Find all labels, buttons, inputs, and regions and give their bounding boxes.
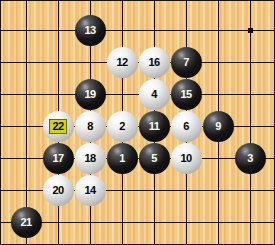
intersection[interactable]: 5 xyxy=(138,142,170,174)
stone-white-18[interactable]: 18 xyxy=(75,143,106,174)
move-number: 9 xyxy=(215,121,221,132)
intersection[interactable]: 2 xyxy=(106,110,138,142)
move-number: 4 xyxy=(151,89,157,100)
intersection[interactable]: 17 xyxy=(42,142,74,174)
intersection[interactable]: 15 xyxy=(170,78,202,110)
intersection[interactable]: 9 xyxy=(202,110,234,142)
move-number: 19 xyxy=(84,89,95,100)
stone-black-19[interactable]: 19 xyxy=(75,79,106,110)
stone-black-17[interactable]: 17 xyxy=(43,143,74,174)
move-number: 13 xyxy=(84,25,95,36)
stone-black-3[interactable]: 3 xyxy=(235,143,266,174)
intersection[interactable]: 3 xyxy=(234,142,266,174)
move-number: 17 xyxy=(52,153,63,164)
stone-white-20[interactable]: 20 xyxy=(43,175,74,206)
move-number: 12 xyxy=(116,57,127,68)
stone-black-21[interactable]: 21 xyxy=(11,207,42,238)
intersection[interactable]: 16 xyxy=(138,46,170,78)
stone-black-13[interactable]: 13 xyxy=(75,15,106,46)
intersection[interactable]: 20 xyxy=(42,174,74,206)
move-number: 1 xyxy=(119,153,125,164)
stone-white-14[interactable]: 14 xyxy=(75,175,106,206)
intersection[interactable]: 8 xyxy=(74,110,106,142)
stone-black-9[interactable]: 9 xyxy=(203,111,234,142)
intersection[interactable]: 4 xyxy=(138,78,170,110)
stone-white-16[interactable]: 16 xyxy=(139,47,170,78)
intersection[interactable]: 7 xyxy=(170,46,202,78)
stone-black-1[interactable]: 1 xyxy=(107,143,138,174)
move-number: 15 xyxy=(180,89,191,100)
stone-white-12[interactable]: 12 xyxy=(107,47,138,78)
intersection[interactable]: 6 xyxy=(170,110,202,142)
intersection[interactable]: 13 xyxy=(74,14,106,46)
intersection[interactable]: 19 xyxy=(74,78,106,110)
move-number: 16 xyxy=(148,57,159,68)
stone-white-8[interactable]: 8 xyxy=(75,111,106,142)
move-number: 6 xyxy=(183,121,189,132)
intersection[interactable]: 21 xyxy=(10,206,42,238)
intersection[interactable]: 10 xyxy=(170,142,202,174)
stone-black-15[interactable]: 15 xyxy=(171,79,202,110)
stone-black-11[interactable]: 11 xyxy=(139,111,170,142)
move-number: 7 xyxy=(183,57,189,68)
move-number: 5 xyxy=(151,153,157,164)
move-number: 20 xyxy=(52,185,63,196)
stone-black-5[interactable]: 5 xyxy=(139,143,170,174)
stone-white-10[interactable]: 10 xyxy=(171,143,202,174)
stone-white-4[interactable]: 4 xyxy=(139,79,170,110)
last-move-badge: 22 xyxy=(49,119,66,134)
move-number: 10 xyxy=(180,153,191,164)
move-number: 18 xyxy=(84,153,95,164)
stone-white-6[interactable]: 6 xyxy=(171,111,202,142)
intersection[interactable]: 11 xyxy=(138,110,170,142)
go-board[interactable]: 12345678910111213141516171819202122 xyxy=(0,0,275,245)
stone-white-22[interactable]: 22 xyxy=(43,111,74,142)
star-point xyxy=(248,28,253,33)
move-number: 2 xyxy=(119,121,125,132)
move-number: 8 xyxy=(87,121,93,132)
intersection[interactable]: 12 xyxy=(106,46,138,78)
intersection[interactable]: 14 xyxy=(74,174,106,206)
move-number: 21 xyxy=(20,217,31,228)
stone-white-2[interactable]: 2 xyxy=(107,111,138,142)
intersection[interactable]: 18 xyxy=(74,142,106,174)
move-number: 3 xyxy=(247,153,253,164)
intersection[interactable]: 22 xyxy=(42,110,74,142)
intersection[interactable]: 1 xyxy=(106,142,138,174)
stone-black-7[interactable]: 7 xyxy=(171,47,202,78)
move-number: 14 xyxy=(84,185,95,196)
move-number: 11 xyxy=(149,121,160,132)
board-grid[interactable]: 12345678910111213141516171819202122 xyxy=(10,14,266,238)
